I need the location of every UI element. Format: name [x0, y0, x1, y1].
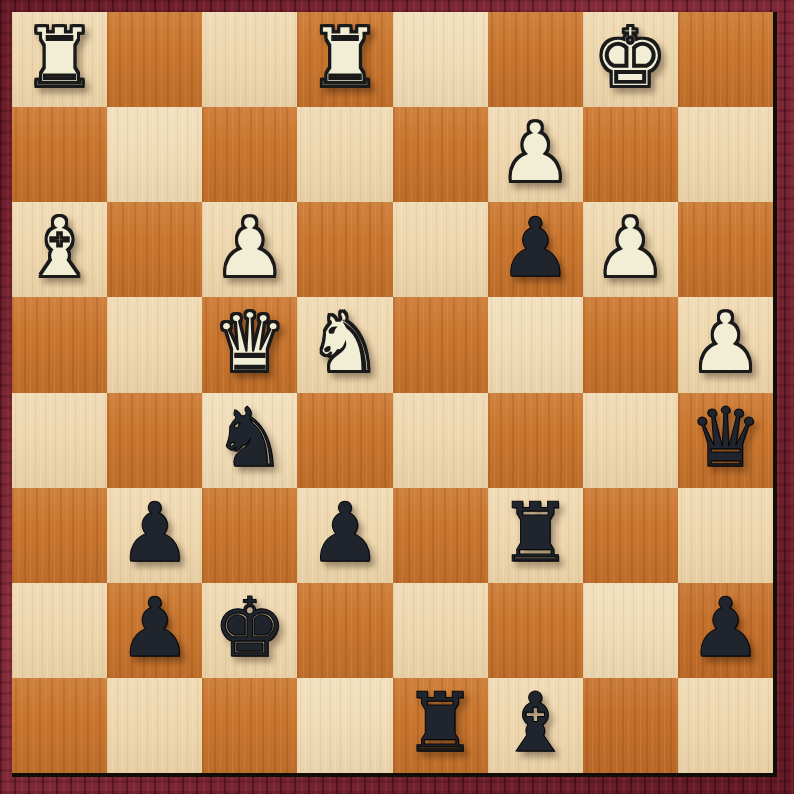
square-c3[interactable] [202, 488, 297, 583]
square-a5[interactable] [12, 297, 107, 392]
square-e7[interactable] [393, 107, 488, 202]
board-frame: ♜♜♚♟♝♟♟♟♛♞♟♞♛♟♟♜♟♚♟♜♝ [0, 0, 794, 794]
square-d1[interactable] [297, 678, 392, 773]
black-king: ♚ [213, 587, 287, 669]
black-queen: ♛ [689, 397, 763, 479]
square-c8[interactable] [202, 12, 297, 107]
square-e2[interactable] [393, 583, 488, 678]
black-rook: ♜ [403, 682, 477, 764]
square-d7[interactable] [297, 107, 392, 202]
square-b5[interactable] [107, 297, 202, 392]
square-d3[interactable]: ♟ [297, 488, 392, 583]
square-e5[interactable] [393, 297, 488, 392]
square-g2[interactable] [583, 583, 678, 678]
square-a2[interactable] [12, 583, 107, 678]
square-b2[interactable]: ♟ [107, 583, 202, 678]
square-a6[interactable]: ♝ [12, 202, 107, 297]
square-g5[interactable] [583, 297, 678, 392]
white-king: ♚ [594, 17, 668, 99]
square-d8[interactable]: ♜ [297, 12, 392, 107]
square-g3[interactable] [583, 488, 678, 583]
square-b3[interactable]: ♟ [107, 488, 202, 583]
square-f8[interactable] [488, 12, 583, 107]
square-f1[interactable]: ♝ [488, 678, 583, 773]
square-h1[interactable] [678, 678, 773, 773]
square-b8[interactable] [107, 12, 202, 107]
white-pawn: ♟ [689, 302, 763, 384]
square-a3[interactable] [12, 488, 107, 583]
square-c4[interactable]: ♞ [202, 393, 297, 488]
square-a4[interactable] [12, 393, 107, 488]
square-g1[interactable] [583, 678, 678, 773]
square-e8[interactable] [393, 12, 488, 107]
square-h3[interactable] [678, 488, 773, 583]
square-h5[interactable]: ♟ [678, 297, 773, 392]
square-f2[interactable] [488, 583, 583, 678]
square-e4[interactable] [393, 393, 488, 488]
square-b7[interactable] [107, 107, 202, 202]
chess-board: ♜♜♚♟♝♟♟♟♛♞♟♞♛♟♟♜♟♚♟♜♝ [12, 12, 777, 777]
square-d4[interactable] [297, 393, 392, 488]
square-d2[interactable] [297, 583, 392, 678]
black-pawn: ♟ [308, 492, 382, 574]
square-h4[interactable]: ♛ [678, 393, 773, 488]
white-knight: ♞ [308, 302, 382, 384]
white-queen: ♛ [213, 302, 287, 384]
square-h6[interactable] [678, 202, 773, 297]
square-c7[interactable] [202, 107, 297, 202]
black-pawn: ♟ [118, 492, 192, 574]
white-rook: ♜ [23, 17, 97, 99]
square-a8[interactable]: ♜ [12, 12, 107, 107]
square-f6[interactable]: ♟ [488, 202, 583, 297]
white-pawn: ♟ [498, 112, 572, 194]
square-c6[interactable]: ♟ [202, 202, 297, 297]
square-b6[interactable] [107, 202, 202, 297]
square-g4[interactable] [583, 393, 678, 488]
white-rook: ♜ [308, 17, 382, 99]
white-pawn: ♟ [594, 207, 668, 289]
square-h2[interactable]: ♟ [678, 583, 773, 678]
square-f5[interactable] [488, 297, 583, 392]
square-b1[interactable] [107, 678, 202, 773]
square-d6[interactable] [297, 202, 392, 297]
square-h8[interactable] [678, 12, 773, 107]
square-b4[interactable] [107, 393, 202, 488]
square-c2[interactable]: ♚ [202, 583, 297, 678]
square-g8[interactable]: ♚ [583, 12, 678, 107]
black-pawn: ♟ [118, 587, 192, 669]
square-a1[interactable] [12, 678, 107, 773]
square-c5[interactable]: ♛ [202, 297, 297, 392]
square-e3[interactable] [393, 488, 488, 583]
square-f3[interactable]: ♜ [488, 488, 583, 583]
white-pawn: ♟ [213, 207, 287, 289]
square-e1[interactable]: ♜ [393, 678, 488, 773]
square-f4[interactable] [488, 393, 583, 488]
square-g6[interactable]: ♟ [583, 202, 678, 297]
square-e6[interactable] [393, 202, 488, 297]
square-a7[interactable] [12, 107, 107, 202]
white-bishop: ♝ [23, 207, 97, 289]
black-pawn: ♟ [498, 207, 572, 289]
black-knight: ♞ [213, 397, 287, 479]
black-bishop: ♝ [498, 682, 572, 764]
square-c1[interactable] [202, 678, 297, 773]
square-g7[interactable] [583, 107, 678, 202]
square-h7[interactable] [678, 107, 773, 202]
square-d5[interactable]: ♞ [297, 297, 392, 392]
black-pawn: ♟ [689, 587, 763, 669]
black-rook: ♜ [498, 492, 572, 574]
square-f7[interactable]: ♟ [488, 107, 583, 202]
